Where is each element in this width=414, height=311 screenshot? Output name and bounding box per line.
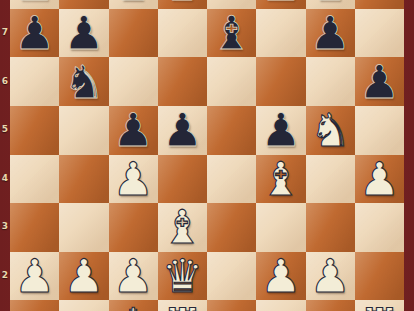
- square-c6[interactable]: [109, 57, 158, 106]
- rank-label-3: 3: [0, 221, 10, 231]
- black-knight-b6[interactable]: ♞: [63, 59, 104, 105]
- square-a2[interactable]: ♟: [10, 252, 59, 301]
- square-b6[interactable]: ♞: [59, 57, 108, 106]
- black-bishop-e7[interactable]: ♝: [211, 10, 252, 56]
- square-g7[interactable]: ♟: [306, 9, 355, 58]
- square-d8[interactable]: ♛: [158, 0, 207, 9]
- square-d1[interactable]: ♜: [158, 300, 207, 311]
- rank-label-5: 5: [0, 124, 10, 134]
- square-d3[interactable]: ♝: [158, 203, 207, 252]
- square-a1[interactable]: [10, 300, 59, 311]
- square-e3[interactable]: [207, 203, 256, 252]
- square-h1[interactable]: ♜: [355, 300, 404, 311]
- white-pawn-a2[interactable]: ♟: [14, 253, 55, 299]
- square-f1[interactable]: [256, 300, 305, 311]
- square-c5[interactable]: ♟: [109, 106, 158, 155]
- rank-label-6: 6: [0, 76, 10, 86]
- square-f6[interactable]: [256, 57, 305, 106]
- rank-label-7: 7: [0, 27, 10, 37]
- square-e6[interactable]: [207, 57, 256, 106]
- white-pawn-h4[interactable]: ♟: [359, 156, 400, 202]
- white-bishop-d3[interactable]: ♝: [162, 204, 203, 250]
- black-rook-f8[interactable]: ♜: [260, 0, 301, 7]
- square-h4[interactable]: ♟: [355, 155, 404, 204]
- square-c8[interactable]: ♝: [109, 0, 158, 9]
- square-a3[interactable]: [10, 203, 59, 252]
- square-b3[interactable]: [59, 203, 108, 252]
- square-b5[interactable]: [59, 106, 108, 155]
- white-pawn-b2[interactable]: ♟: [63, 253, 104, 299]
- rank-label-4: 4: [0, 173, 10, 183]
- square-b2[interactable]: ♟: [59, 252, 108, 301]
- square-g3[interactable]: [306, 203, 355, 252]
- white-queen-d2[interactable]: ♛: [162, 253, 203, 299]
- square-g1[interactable]: [306, 300, 355, 311]
- square-a7[interactable]: ♟: [10, 9, 59, 58]
- square-d2[interactable]: ♛: [158, 252, 207, 301]
- square-h8[interactable]: [355, 0, 404, 9]
- square-a4[interactable]: [10, 155, 59, 204]
- black-pawn-h6[interactable]: ♟: [359, 59, 400, 105]
- white-pawn-c4[interactable]: ♟: [113, 156, 154, 202]
- white-rook-d1[interactable]: ♜: [162, 302, 203, 311]
- square-f5[interactable]: ♟: [256, 106, 305, 155]
- white-pawn-c2[interactable]: ♟: [113, 253, 154, 299]
- chess-board: ♜♝♛♜♚♟♟♝♟♞♟♟♟♟♞♟♝♟♝♟♟♟♛♟♟♚♜♜: [10, 0, 404, 311]
- square-f2[interactable]: ♟: [256, 252, 305, 301]
- white-pawn-f2[interactable]: ♟: [260, 253, 301, 299]
- black-pawn-c5[interactable]: ♟: [113, 107, 154, 153]
- square-d5[interactable]: ♟: [158, 106, 207, 155]
- square-b7[interactable]: ♟: [59, 9, 108, 58]
- square-h3[interactable]: [355, 203, 404, 252]
- square-c7[interactable]: [109, 9, 158, 58]
- square-h2[interactable]: [355, 252, 404, 301]
- white-king-c1[interactable]: ♚: [113, 302, 154, 311]
- square-h7[interactable]: [355, 9, 404, 58]
- square-c1[interactable]: ♚: [109, 300, 158, 311]
- rank-label-2: 2: [0, 270, 10, 280]
- square-f3[interactable]: [256, 203, 305, 252]
- black-pawn-f5[interactable]: ♟: [260, 107, 301, 153]
- chess-board-viewport: ♜♝♛♜♚♟♟♝♟♞♟♟♟♟♞♟♝♟♝♟♟♟♛♟♟♚♜♜ 765432: [0, 0, 414, 311]
- square-c2[interactable]: ♟: [109, 252, 158, 301]
- square-e7[interactable]: ♝: [207, 9, 256, 58]
- black-pawn-d5[interactable]: ♟: [162, 107, 203, 153]
- square-h6[interactable]: ♟: [355, 57, 404, 106]
- white-knight-g5[interactable]: ♞: [310, 107, 351, 153]
- black-pawn-a7[interactable]: ♟: [14, 10, 55, 56]
- square-d7[interactable]: [158, 9, 207, 58]
- white-rook-h1[interactable]: ♜: [359, 302, 400, 311]
- black-bishop-c8[interactable]: ♝: [113, 0, 154, 7]
- square-g2[interactable]: ♟: [306, 252, 355, 301]
- square-c4[interactable]: ♟: [109, 155, 158, 204]
- square-f8[interactable]: ♜: [256, 0, 305, 9]
- square-e4[interactable]: [207, 155, 256, 204]
- square-b4[interactable]: [59, 155, 108, 204]
- square-a6[interactable]: [10, 57, 59, 106]
- square-a5[interactable]: [10, 106, 59, 155]
- square-e5[interactable]: [207, 106, 256, 155]
- square-f4[interactable]: ♝: [256, 155, 305, 204]
- black-pawn-b7[interactable]: ♟: [63, 10, 104, 56]
- square-d4[interactable]: [158, 155, 207, 204]
- square-h5[interactable]: [355, 106, 404, 155]
- white-pawn-g2[interactable]: ♟: [310, 253, 351, 299]
- square-b1[interactable]: [59, 300, 108, 311]
- square-g6[interactable]: [306, 57, 355, 106]
- black-queen-d8[interactable]: ♛: [162, 0, 203, 7]
- black-pawn-g7[interactable]: ♟: [310, 10, 351, 56]
- square-g5[interactable]: ♞: [306, 106, 355, 155]
- white-bishop-f4[interactable]: ♝: [260, 156, 301, 202]
- square-f7[interactable]: [256, 9, 305, 58]
- square-d6[interactable]: [158, 57, 207, 106]
- square-c3[interactable]: [109, 203, 158, 252]
- square-e2[interactable]: [207, 252, 256, 301]
- square-e1[interactable]: [207, 300, 256, 311]
- square-g4[interactable]: [306, 155, 355, 204]
